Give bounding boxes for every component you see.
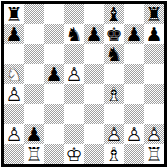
- square-d5[interactable]: ♟♙: [64, 64, 84, 84]
- square-e4[interactable]: [84, 84, 104, 104]
- square-a2[interactable]: ♟♙: [4, 124, 24, 144]
- square-a5[interactable]: ♞♘: [4, 64, 24, 84]
- chess-diagram: ♜♝♜♟♞♟♚♟♟♞♞♘♟♟♙♟♙♝♗♟♙♟♟♙♟♙♟♙♜♖♚♔♝♗♜♖: [0, 0, 168, 168]
- piece-white-knight: ♞♘: [4, 64, 24, 84]
- piece-black-pawn: ♟: [4, 24, 24, 44]
- square-f7[interactable]: ♚: [104, 24, 124, 44]
- piece-white-pawn: ♟♙: [64, 64, 84, 84]
- white-king-fill: ♚: [64, 144, 84, 164]
- square-c7[interactable]: [44, 24, 64, 44]
- white-pawn-icon: ♙: [144, 124, 164, 144]
- white-pawn-fill: ♟: [124, 124, 144, 144]
- square-h5[interactable]: [144, 64, 164, 84]
- piece-black-rook: ♜: [4, 4, 24, 24]
- square-d2[interactable]: [64, 124, 84, 144]
- piece-white-pawn: ♟♙: [4, 84, 24, 104]
- square-c5[interactable]: ♟: [44, 64, 64, 84]
- black-bishop-icon: ♝: [104, 4, 124, 24]
- square-c3[interactable]: [44, 104, 64, 124]
- square-b2[interactable]: ♟: [24, 124, 44, 144]
- square-f5[interactable]: [104, 64, 124, 84]
- board-border: ♜♝♜♟♞♟♚♟♟♞♞♘♟♟♙♟♙♝♗♟♙♟♟♙♟♙♟♙♜♖♚♔♝♗♜♖: [1, 1, 167, 167]
- square-a4[interactable]: ♟♙: [4, 84, 24, 104]
- square-e6[interactable]: [84, 44, 104, 64]
- square-b1[interactable]: ♜♖: [24, 144, 44, 164]
- square-b4[interactable]: [24, 84, 44, 104]
- piece-black-rook: ♜: [144, 4, 164, 24]
- piece-white-rook: ♜♖: [24, 144, 44, 164]
- white-pawn-icon: ♙: [124, 124, 144, 144]
- piece-white-pawn: ♟♙: [4, 124, 24, 144]
- square-f1[interactable]: ♝♗: [104, 144, 124, 164]
- white-pawn-icon: ♙: [64, 64, 84, 84]
- piece-black-pawn: ♟: [44, 64, 64, 84]
- square-e1[interactable]: [84, 144, 104, 164]
- square-g5[interactable]: [124, 64, 144, 84]
- white-rook-icon: ♖: [24, 144, 44, 164]
- square-d8[interactable]: [64, 4, 84, 24]
- square-e7[interactable]: ♟: [84, 24, 104, 44]
- black-pawn-icon: ♟: [44, 64, 64, 84]
- black-pawn-icon: ♟: [24, 124, 44, 144]
- white-pawn-fill: ♟: [4, 84, 24, 104]
- white-king-icon: ♔: [64, 144, 84, 164]
- square-f3[interactable]: [104, 104, 124, 124]
- square-a7[interactable]: ♟: [4, 24, 24, 44]
- square-g1[interactable]: [124, 144, 144, 164]
- black-king-icon: ♚: [104, 24, 124, 44]
- white-bishop-icon: ♗: [104, 144, 124, 164]
- square-a6[interactable]: [4, 44, 24, 64]
- chess-board: ♜♝♜♟♞♟♚♟♟♞♞♘♟♟♙♟♙♝♗♟♙♟♟♙♟♙♟♙♜♖♚♔♝♗♜♖: [4, 4, 164, 164]
- square-f2[interactable]: ♟♙: [104, 124, 124, 144]
- square-a3[interactable]: [4, 104, 24, 124]
- square-b6[interactable]: [24, 44, 44, 64]
- white-rook-fill: ♜: [144, 144, 164, 164]
- white-rook-icon: ♖: [144, 144, 164, 164]
- square-g3[interactable]: [124, 104, 144, 124]
- piece-white-pawn: ♟♙: [144, 124, 164, 144]
- square-h8[interactable]: ♜: [144, 4, 164, 24]
- square-c6[interactable]: [44, 44, 64, 64]
- square-b5[interactable]: [24, 64, 44, 84]
- square-h3[interactable]: [144, 104, 164, 124]
- square-g6[interactable]: [124, 44, 144, 64]
- white-pawn-fill: ♟: [4, 124, 24, 144]
- square-f4[interactable]: ♝♗: [104, 84, 124, 104]
- piece-white-rook: ♜♖: [144, 144, 164, 164]
- square-e2[interactable]: [84, 124, 104, 144]
- square-g7[interactable]: ♟: [124, 24, 144, 44]
- black-pawn-icon: ♟: [124, 24, 144, 44]
- square-d6[interactable]: [64, 44, 84, 64]
- white-pawn-fill: ♟: [64, 64, 84, 84]
- white-pawn-icon: ♙: [104, 124, 124, 144]
- piece-white-pawn: ♟♙: [124, 124, 144, 144]
- square-h1[interactable]: ♜♖: [144, 144, 164, 164]
- piece-black-knight: ♞: [64, 24, 84, 44]
- square-b8[interactable]: [24, 4, 44, 24]
- square-h2[interactable]: ♟♙: [144, 124, 164, 144]
- black-rook-icon: ♜: [4, 4, 24, 24]
- square-c2[interactable]: [44, 124, 64, 144]
- square-a1[interactable]: [4, 144, 24, 164]
- square-c1[interactable]: [44, 144, 64, 164]
- black-pawn-icon: ♟: [144, 24, 164, 44]
- piece-black-bishop: ♝: [104, 4, 124, 24]
- square-f8[interactable]: ♝: [104, 4, 124, 24]
- square-e8[interactable]: [84, 4, 104, 24]
- square-d4[interactable]: [64, 84, 84, 104]
- square-g4[interactable]: [124, 84, 144, 104]
- square-b3[interactable]: [24, 104, 44, 124]
- square-h7[interactable]: ♟: [144, 24, 164, 44]
- square-a8[interactable]: ♜: [4, 4, 24, 24]
- square-h6[interactable]: [144, 44, 164, 64]
- square-d1[interactable]: ♚♔: [64, 144, 84, 164]
- black-rook-icon: ♜: [144, 4, 164, 24]
- white-pawn-icon: ♙: [4, 124, 24, 144]
- piece-black-king: ♚: [104, 24, 124, 44]
- black-knight-icon: ♞: [104, 44, 124, 64]
- piece-black-pawn: ♟: [144, 24, 164, 44]
- square-d3[interactable]: [64, 104, 84, 124]
- square-g2[interactable]: ♟♙: [124, 124, 144, 144]
- black-pawn-icon: ♟: [4, 24, 24, 44]
- square-f6[interactable]: ♞: [104, 44, 124, 64]
- square-g8[interactable]: [124, 4, 144, 24]
- white-bishop-fill: ♝: [104, 144, 124, 164]
- black-knight-icon: ♞: [64, 24, 84, 44]
- white-rook-fill: ♜: [24, 144, 44, 164]
- piece-white-king: ♚♔: [64, 144, 84, 164]
- square-e3[interactable]: [84, 104, 104, 124]
- white-pawn-fill: ♟: [104, 124, 124, 144]
- square-c4[interactable]: [44, 84, 64, 104]
- piece-black-pawn: ♟: [124, 24, 144, 44]
- white-bishop-icon: ♗: [104, 84, 124, 104]
- white-pawn-icon: ♙: [4, 84, 24, 104]
- piece-black-pawn: ♟: [24, 124, 44, 144]
- square-e5[interactable]: [84, 64, 104, 84]
- white-pawn-fill: ♟: [144, 124, 164, 144]
- square-c8[interactable]: [44, 4, 64, 24]
- black-pawn-icon: ♟: [84, 24, 104, 44]
- square-d7[interactable]: ♞: [64, 24, 84, 44]
- white-knight-icon: ♘: [4, 64, 24, 84]
- white-knight-fill: ♞: [4, 64, 24, 84]
- piece-white-bishop: ♝♗: [104, 144, 124, 164]
- square-b7[interactable]: [24, 24, 44, 44]
- square-h4[interactable]: [144, 84, 164, 104]
- piece-white-bishop: ♝♗: [104, 84, 124, 104]
- white-bishop-fill: ♝: [104, 84, 124, 104]
- piece-white-pawn: ♟♙: [104, 124, 124, 144]
- piece-black-knight: ♞: [104, 44, 124, 64]
- piece-black-pawn: ♟: [84, 24, 104, 44]
